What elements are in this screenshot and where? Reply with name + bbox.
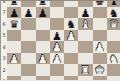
square-h5[interactable] xyxy=(107,30,120,42)
square-e4[interactable] xyxy=(64,41,78,53)
square-c3[interactable]: ♟ xyxy=(36,53,50,65)
black-pawn-a7[interactable]: ♟ xyxy=(9,7,19,18)
square-h2[interactable] xyxy=(107,64,120,76)
square-f3[interactable] xyxy=(78,53,92,65)
square-h1[interactable] xyxy=(107,76,120,81)
square-a1[interactable] xyxy=(7,76,21,81)
square-d2[interactable] xyxy=(50,64,64,76)
white-pawn-g4[interactable]: ♟ xyxy=(95,42,105,53)
black-queen-a6[interactable]: ♛ xyxy=(9,19,19,30)
square-f6[interactable]: ♝ xyxy=(78,18,92,30)
square-a2[interactable] xyxy=(7,64,21,76)
square-c1[interactable] xyxy=(36,76,50,81)
square-e3[interactable] xyxy=(64,53,78,65)
square-a3[interactable]: ♟ xyxy=(7,53,21,65)
square-d4[interactable]: ♟ xyxy=(50,41,64,53)
square-f4[interactable] xyxy=(78,41,92,53)
square-g1[interactable] xyxy=(93,76,107,81)
square-b6[interactable] xyxy=(21,18,35,30)
square-h7[interactable]: ♞ xyxy=(107,7,120,19)
black-pawn-b7[interactable]: ♟ xyxy=(23,7,33,18)
square-a4[interactable] xyxy=(7,41,21,53)
square-h3[interactable]: ♞ xyxy=(107,53,120,65)
square-a6[interactable]: ♛ xyxy=(7,18,21,30)
square-h4[interactable] xyxy=(107,41,120,53)
square-e5[interactable]: ♟ xyxy=(64,30,78,42)
square-g6[interactable] xyxy=(93,18,107,30)
black-pawn-d5[interactable]: ♟ xyxy=(52,30,62,41)
square-g3[interactable] xyxy=(93,53,107,65)
rank-label-7: 7 xyxy=(1,9,7,15)
rank-label-8: 8 xyxy=(1,0,7,4)
square-b4[interactable] xyxy=(21,41,35,53)
rank-label-6: 6 xyxy=(1,21,7,27)
square-d6[interactable] xyxy=(50,18,64,30)
square-g5[interactable] xyxy=(93,30,107,42)
square-c4[interactable] xyxy=(36,41,50,53)
square-f1[interactable] xyxy=(78,76,92,81)
square-c7[interactable]: ♟ xyxy=(36,7,50,19)
white-king-g2[interactable]: ♚ xyxy=(95,65,105,76)
square-c5[interactable] xyxy=(36,30,50,42)
square-d3[interactable]: ♟ xyxy=(50,53,64,65)
white-knight-h3[interactable]: ♞ xyxy=(109,53,119,64)
square-c2[interactable] xyxy=(36,64,50,76)
white-pawn-d3[interactable]: ♟ xyxy=(52,53,62,64)
square-e7[interactable] xyxy=(64,7,78,19)
square-f7[interactable]: ♟ xyxy=(78,7,92,19)
square-b5[interactable] xyxy=(21,30,35,42)
square-g4[interactable]: ♟ xyxy=(93,41,107,53)
square-d5[interactable]: ♟ xyxy=(50,30,64,42)
black-pawn-c7[interactable]: ♟ xyxy=(38,7,48,18)
black-pawn-f7[interactable]: ♟ xyxy=(80,7,90,18)
chess-board[interactable]: ♜♜♚♝♟♟♟♟♞♛♞♝♛♟♟♟♟♟♟♟♞♜♚ xyxy=(7,0,120,80)
square-b7[interactable]: ♟ xyxy=(21,7,35,19)
square-e2[interactable] xyxy=(64,64,78,76)
chessboard-screenshot: ♜♜♚♝♟♟♟♟♞♛♞♝♛♟♟♟♟♟♟♟♞♜♚ 12345678 xyxy=(0,0,120,80)
square-f2[interactable]: ♜ xyxy=(78,64,92,76)
square-e6[interactable]: ♞ xyxy=(64,18,78,30)
rank-label-4: 4 xyxy=(1,44,7,50)
white-pawn-e5[interactable]: ♟ xyxy=(66,30,76,41)
square-c6[interactable] xyxy=(36,18,50,30)
black-knight-h7[interactable]: ♞ xyxy=(109,7,119,18)
square-a7[interactable]: ♟ xyxy=(7,7,21,19)
white-queen-h6[interactable]: ♛ xyxy=(109,19,119,30)
rank-label-5: 5 xyxy=(1,32,7,38)
rank-label-2: 2 xyxy=(1,67,7,73)
white-pawn-a3[interactable]: ♟ xyxy=(9,53,19,64)
rank-label-3: 3 xyxy=(1,55,7,61)
square-b3[interactable] xyxy=(21,53,35,65)
square-e1[interactable] xyxy=(64,76,78,81)
square-g7[interactable] xyxy=(93,7,107,19)
square-d1[interactable] xyxy=(50,76,64,81)
square-f5[interactable] xyxy=(78,30,92,42)
black-knight-e6[interactable]: ♞ xyxy=(66,19,76,30)
white-bishop-f6[interactable]: ♝ xyxy=(80,19,90,30)
square-b1[interactable] xyxy=(21,76,35,81)
square-d7[interactable] xyxy=(50,7,64,19)
white-pawn-c3[interactable]: ♟ xyxy=(38,53,48,64)
square-h6[interactable]: ♛ xyxy=(107,18,120,30)
square-b2[interactable] xyxy=(21,64,35,76)
white-pawn-d4[interactable]: ♟ xyxy=(52,42,62,53)
rank-label-1: 1 xyxy=(1,78,7,80)
square-g2[interactable]: ♚ xyxy=(93,64,107,76)
square-a5[interactable] xyxy=(7,30,21,42)
white-rook-f2[interactable]: ♜ xyxy=(80,65,90,76)
